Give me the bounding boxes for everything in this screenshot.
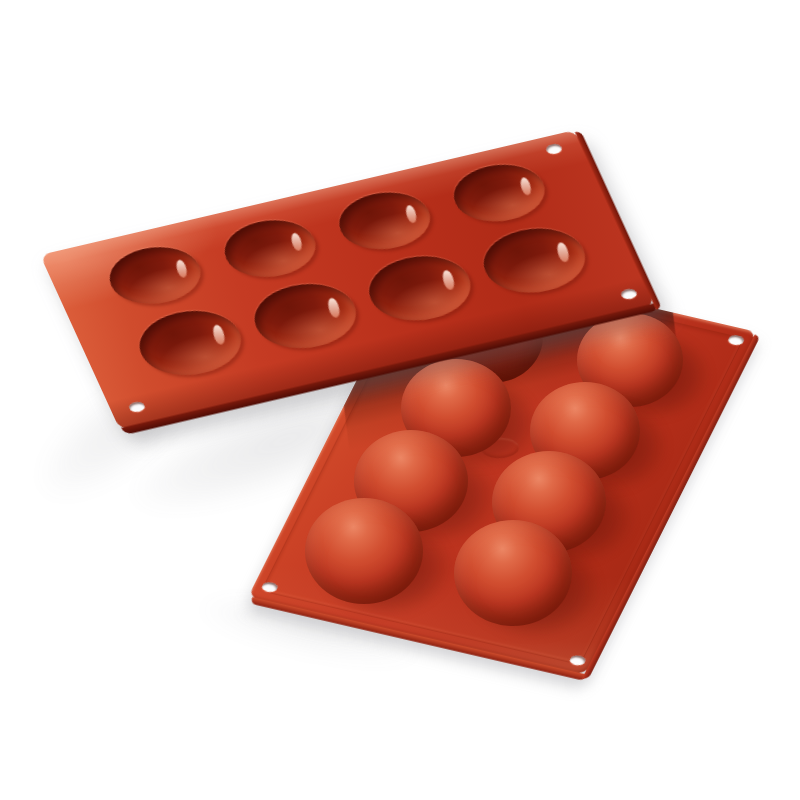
- product-photo-stage: [0, 0, 800, 800]
- cavity-specular-highlight: [289, 233, 302, 251]
- cavity-specular-highlight: [212, 325, 227, 345]
- dome-bump: [305, 498, 423, 604]
- cavity-specular-highlight: [518, 177, 531, 195]
- dome-bump: [454, 520, 572, 626]
- cavity-specular-highlight: [327, 298, 342, 318]
- cavity-specular-highlight: [174, 259, 187, 277]
- cavity-specular-highlight: [404, 205, 417, 223]
- cavity-specular-highlight: [441, 270, 456, 290]
- cavity-specular-highlight: [556, 242, 571, 262]
